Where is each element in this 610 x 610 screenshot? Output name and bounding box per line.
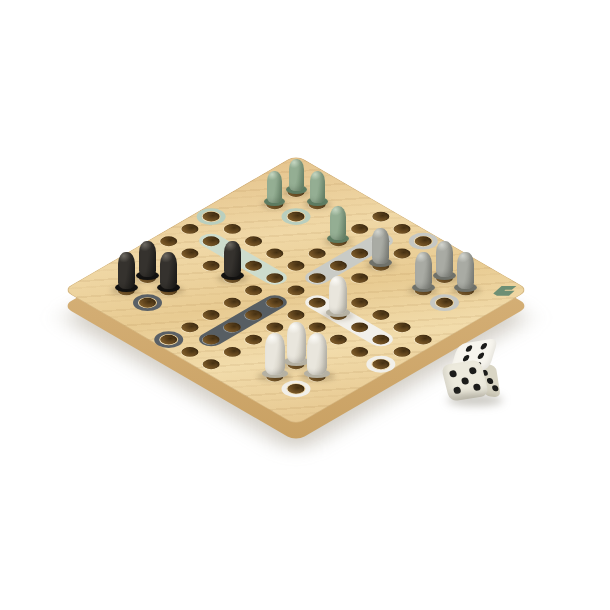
die-pip [461,377,470,385]
board-hole [178,345,202,359]
board-hole [348,295,372,309]
board-hole [199,357,223,371]
board-hole [220,271,244,285]
board-hole [411,332,435,346]
board-hole [178,320,202,334]
die-pip [486,377,493,383]
die-pip [480,343,488,350]
board-hole [284,357,308,371]
board-hole [369,209,393,223]
board-hole [305,369,329,383]
board-hole [348,345,372,359]
board-hole [220,295,244,309]
board-hole [263,246,287,260]
board-hole [220,222,244,236]
board-hole [326,283,350,297]
board-hole [390,246,414,260]
board-hole [284,185,308,199]
board-hole [284,308,308,322]
board-hole [390,345,414,359]
board-hole [157,234,181,248]
board-hole [390,320,414,334]
die-pip [472,384,481,392]
board-hole [305,197,329,211]
product-photo-stage [0,0,610,610]
board-hole [242,234,266,248]
board-hole [326,332,350,346]
board-hole [284,258,308,272]
board-hole [263,197,287,211]
board-hole [411,283,435,297]
board-hole [432,271,456,285]
board-hole [199,308,223,322]
board-hole [348,222,372,236]
board-hole [390,222,414,236]
board-hole [199,258,223,272]
board-hole [263,369,287,383]
board-hole [369,258,393,272]
die-pip [468,366,477,374]
board-hole [284,283,308,297]
board-hole [114,283,138,297]
board-hole [242,283,266,297]
board-hole [348,271,372,285]
die-cast-shadow [447,394,503,406]
board-hole [135,271,159,285]
board-hole [220,345,244,359]
board-hole [178,222,202,236]
die-pip [465,345,473,352]
board-hole [305,320,329,334]
board-hole [369,308,393,322]
die-pip [477,352,485,359]
die-pip [449,369,458,377]
board-hole [305,246,329,260]
brand-logo-icon [490,283,520,298]
board-hole [326,234,350,248]
board-hole [454,283,478,297]
board-hole [242,332,266,346]
die-pip [492,385,499,391]
board-hole [263,320,287,334]
board-hole [178,246,202,260]
board-hole [157,283,181,297]
die-pip [453,387,462,395]
